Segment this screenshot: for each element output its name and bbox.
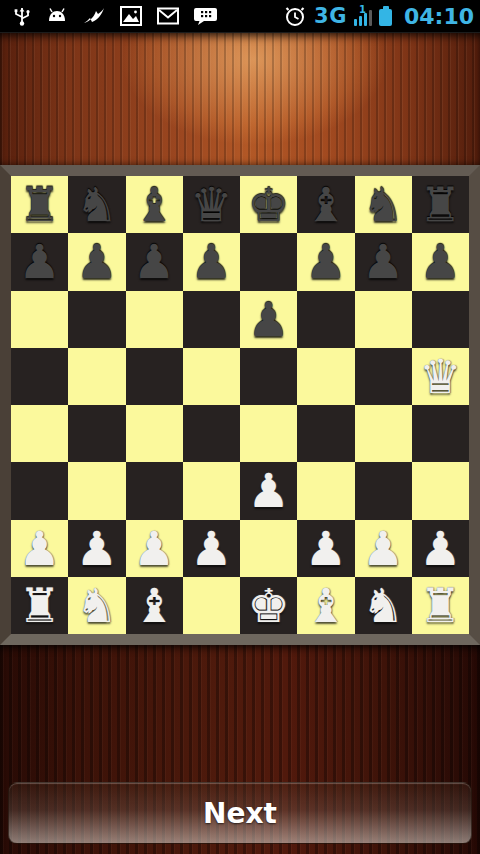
square-d2[interactable]: ♟	[183, 520, 240, 577]
square-g7[interactable]: ♟	[355, 233, 412, 290]
square-e3[interactable]: ♟	[240, 462, 297, 519]
square-h8[interactable]: ♜	[412, 176, 469, 233]
piece-black-knight: ♞	[76, 181, 118, 228]
square-a5[interactable]	[11, 348, 68, 405]
square-e5[interactable]	[240, 348, 297, 405]
piece-black-queen: ♛	[190, 181, 232, 228]
piece-black-knight: ♞	[362, 181, 404, 228]
square-b5[interactable]	[68, 348, 125, 405]
piece-black-pawn: ♟	[419, 238, 461, 285]
square-c3[interactable]	[126, 462, 183, 519]
piece-black-pawn: ♟	[305, 238, 347, 285]
square-d6[interactable]	[183, 291, 240, 348]
square-e6[interactable]: ♟	[240, 291, 297, 348]
square-f2[interactable]: ♟	[297, 520, 354, 577]
piece-white-bishop: ♝	[305, 582, 347, 629]
piece-black-pawn: ♟	[248, 296, 290, 343]
piece-black-pawn: ♟	[76, 238, 118, 285]
square-f1[interactable]: ♝	[297, 577, 354, 634]
square-c1[interactable]: ♝	[126, 577, 183, 634]
piece-black-bishop: ♝	[133, 181, 175, 228]
square-e8[interactable]: ♚	[240, 176, 297, 233]
piece-white-rook: ♜	[419, 582, 461, 629]
piece-black-pawn: ♟	[19, 238, 61, 285]
piece-white-king: ♚	[248, 582, 290, 629]
gmail-icon	[156, 4, 180, 28]
square-d8[interactable]: ♛	[183, 176, 240, 233]
square-b8[interactable]: ♞	[68, 176, 125, 233]
piece-white-bishop: ♝	[133, 582, 175, 629]
square-d5[interactable]	[183, 348, 240, 405]
square-f7[interactable]: ♟	[297, 233, 354, 290]
square-a4[interactable]	[11, 405, 68, 462]
gallery-icon	[119, 4, 143, 28]
usb-icon	[12, 4, 32, 28]
piece-white-pawn: ♟	[362, 525, 404, 572]
square-c8[interactable]: ♝	[126, 176, 183, 233]
square-a8[interactable]: ♜	[11, 176, 68, 233]
square-a7[interactable]: ♟	[11, 233, 68, 290]
square-g5[interactable]	[355, 348, 412, 405]
square-a3[interactable]	[11, 462, 68, 519]
square-b2[interactable]: ♟	[68, 520, 125, 577]
piece-white-rook: ♜	[19, 582, 61, 629]
signal-icon: 1	[354, 6, 372, 26]
chess-board-frame: ♜♞♝♛♚♝♞♜♟♟♟♟♟♟♟♟♛♟♟♟♟♟♟♟♟♜♞♝♚♝♞♜	[0, 165, 480, 645]
battery-icon	[379, 6, 393, 26]
square-h4[interactable]	[412, 405, 469, 462]
piece-black-king: ♚	[248, 181, 290, 228]
notification-icons	[6, 4, 218, 28]
square-h2[interactable]: ♟	[412, 520, 469, 577]
piece-white-pawn: ♟	[190, 525, 232, 572]
square-c7[interactable]: ♟	[126, 233, 183, 290]
signal-badge: 1	[359, 4, 366, 15]
piece-white-pawn: ♟	[133, 525, 175, 572]
piece-black-pawn: ♟	[133, 238, 175, 285]
square-h1[interactable]: ♜	[412, 577, 469, 634]
piece-white-pawn: ♟	[248, 467, 290, 514]
square-e4[interactable]	[240, 405, 297, 462]
square-g4[interactable]	[355, 405, 412, 462]
piece-white-knight: ♞	[76, 582, 118, 629]
next-button[interactable]: Next	[8, 782, 472, 844]
status-bar[interactable]: 3G 1 04:10	[0, 0, 480, 33]
alarm-icon	[283, 4, 307, 28]
square-b6[interactable]	[68, 291, 125, 348]
square-g8[interactable]: ♞	[355, 176, 412, 233]
square-b1[interactable]: ♞	[68, 577, 125, 634]
piece-white-queen: ♛	[419, 353, 461, 400]
square-h3[interactable]	[412, 462, 469, 519]
system-status-icons: 3G 1 04:10	[283, 4, 474, 29]
piece-black-bishop: ♝	[305, 181, 347, 228]
square-f3[interactable]	[297, 462, 354, 519]
square-h6[interactable]	[412, 291, 469, 348]
square-c5[interactable]	[126, 348, 183, 405]
square-c6[interactable]	[126, 291, 183, 348]
square-e2[interactable]	[240, 520, 297, 577]
square-g2[interactable]: ♟	[355, 520, 412, 577]
piece-black-rook: ♜	[419, 181, 461, 228]
square-a6[interactable]	[11, 291, 68, 348]
square-b4[interactable]	[68, 405, 125, 462]
square-a2[interactable]: ♟	[11, 520, 68, 577]
piece-white-pawn: ♟	[76, 525, 118, 572]
bbm-icon	[193, 4, 218, 28]
square-f4[interactable]	[297, 405, 354, 462]
app-screen: 3G 1 04:10 ♜♞♝♛♚♝♞♜♟♟♟♟♟♟♟♟♛♟♟♟♟♟♟♟♟♜♞♝♚…	[0, 0, 480, 854]
clock-time: 04:10	[404, 4, 474, 29]
wood-background-bottom: Next	[0, 645, 480, 854]
square-d1[interactable]	[183, 577, 240, 634]
square-h7[interactable]: ♟	[412, 233, 469, 290]
square-a1[interactable]: ♜	[11, 577, 68, 634]
square-e7[interactable]	[240, 233, 297, 290]
piece-white-pawn: ♟	[305, 525, 347, 572]
square-h5[interactable]: ♛	[412, 348, 469, 405]
square-f6[interactable]	[297, 291, 354, 348]
piece-black-pawn: ♟	[362, 238, 404, 285]
piece-black-pawn: ♟	[190, 238, 232, 285]
square-b3[interactable]	[68, 462, 125, 519]
square-d3[interactable]	[183, 462, 240, 519]
square-f5[interactable]	[297, 348, 354, 405]
square-d7[interactable]: ♟	[183, 233, 240, 290]
network-type-label: 3G	[314, 4, 347, 28]
chess-board[interactable]: ♜♞♝♛♚♝♞♜♟♟♟♟♟♟♟♟♛♟♟♟♟♟♟♟♟♜♞♝♚♝♞♜	[11, 176, 469, 634]
square-c4[interactable]	[126, 405, 183, 462]
piece-black-rook: ♜	[19, 181, 61, 228]
square-f8[interactable]: ♝	[297, 176, 354, 233]
piece-white-pawn: ♟	[19, 525, 61, 572]
square-g6[interactable]	[355, 291, 412, 348]
square-e1[interactable]: ♚	[240, 577, 297, 634]
square-b7[interactable]: ♟	[68, 233, 125, 290]
square-c2[interactable]: ♟	[126, 520, 183, 577]
square-d4[interactable]	[183, 405, 240, 462]
next-button-label: Next	[203, 797, 277, 830]
piece-white-knight: ♞	[362, 582, 404, 629]
piece-white-pawn: ♟	[419, 525, 461, 572]
square-g1[interactable]: ♞	[355, 577, 412, 634]
wood-background-top	[0, 33, 480, 165]
square-g3[interactable]	[355, 462, 412, 519]
swype-icon	[82, 4, 106, 28]
android-icon	[45, 4, 69, 28]
